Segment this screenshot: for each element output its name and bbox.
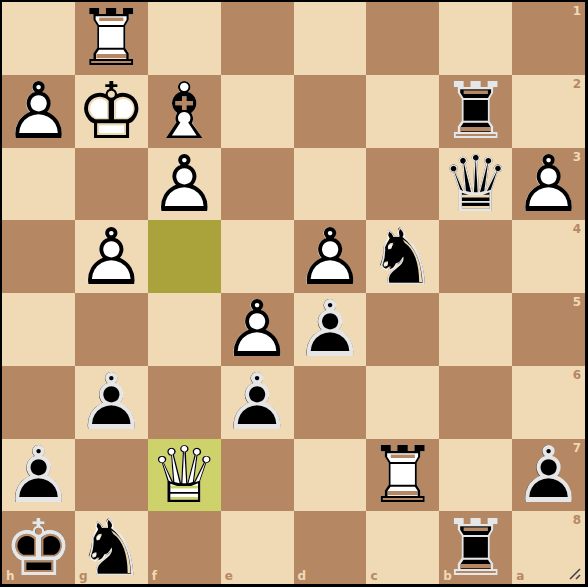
- square-b4[interactable]: [439, 220, 512, 293]
- square-g3[interactable]: [75, 148, 148, 221]
- square-g2[interactable]: ♚♔: [75, 75, 148, 148]
- square-a3[interactable]: ♟♙3: [512, 148, 585, 221]
- square-b7[interactable]: [439, 439, 512, 512]
- square-e4[interactable]: [221, 220, 294, 293]
- square-a5[interactable]: 5: [512, 293, 585, 366]
- square-h3[interactable]: [2, 148, 75, 221]
- white-pawn[interactable]: ♟♙: [75, 220, 148, 293]
- file-label-e: e: [225, 569, 233, 583]
- square-f1[interactable]: [148, 2, 221, 75]
- black-queen-outline-glyph: ♕: [439, 148, 512, 221]
- square-c7[interactable]: ♜♖: [366, 439, 439, 512]
- black-pawn[interactable]: ♟♙: [221, 366, 294, 439]
- square-d5[interactable]: ♟♙: [294, 293, 367, 366]
- white-pawn-outline-glyph: ♙: [294, 220, 367, 293]
- black-pawn-outline-glyph: ♙: [75, 366, 148, 439]
- square-f2[interactable]: ♝♗: [148, 75, 221, 148]
- square-f4[interactable]: [148, 220, 221, 293]
- black-pawn[interactable]: ♟♙: [2, 439, 75, 512]
- square-e8[interactable]: e: [221, 511, 294, 584]
- square-b1[interactable]: [439, 2, 512, 75]
- white-pawn[interactable]: ♟♙: [148, 148, 221, 221]
- square-f7[interactable]: ♛♕: [148, 439, 221, 512]
- file-label-d: d: [298, 569, 307, 583]
- rank-label-3: 3: [573, 150, 581, 164]
- resize-handle[interactable]: [568, 567, 582, 581]
- square-b2[interactable]: ♜♖: [439, 75, 512, 148]
- square-e6[interactable]: ♟♙: [221, 366, 294, 439]
- black-pawn-outline-glyph: ♙: [294, 293, 367, 366]
- square-g8[interactable]: ♞♘g: [75, 511, 148, 584]
- white-rook[interactable]: ♜♖: [366, 439, 439, 512]
- black-queen[interactable]: ♛♕: [439, 148, 512, 221]
- black-knight-outline-glyph: ♘: [366, 220, 439, 293]
- rank-label-8: 8: [573, 513, 581, 527]
- square-h7[interactable]: ♟♙: [2, 439, 75, 512]
- square-a1[interactable]: 1: [512, 2, 585, 75]
- file-label-h: h: [6, 569, 15, 583]
- white-pawn[interactable]: ♟♙: [2, 75, 75, 148]
- square-c6[interactable]: [366, 366, 439, 439]
- white-queen[interactable]: ♛♕: [148, 439, 221, 512]
- square-e3[interactable]: [221, 148, 294, 221]
- square-h2[interactable]: ♟♙: [2, 75, 75, 148]
- white-rook[interactable]: ♜♖: [75, 2, 148, 75]
- square-h6[interactable]: [2, 366, 75, 439]
- square-c3[interactable]: [366, 148, 439, 221]
- square-d3[interactable]: [294, 148, 367, 221]
- white-pawn-outline-glyph: ♙: [2, 75, 75, 148]
- rank-label-2: 2: [573, 77, 581, 91]
- white-pawn[interactable]: ♟♙: [221, 293, 294, 366]
- black-rook[interactable]: ♜♖: [439, 75, 512, 148]
- square-d4[interactable]: ♟♙: [294, 220, 367, 293]
- file-label-b: b: [443, 569, 452, 583]
- square-b5[interactable]: [439, 293, 512, 366]
- square-g7[interactable]: [75, 439, 148, 512]
- black-pawn-outline-glyph: ♙: [221, 366, 294, 439]
- square-c1[interactable]: [366, 2, 439, 75]
- white-pawn-outline-glyph: ♙: [148, 148, 221, 221]
- square-a4[interactable]: 4: [512, 220, 585, 293]
- square-e2[interactable]: [221, 75, 294, 148]
- file-label-c: c: [370, 569, 377, 583]
- square-d2[interactable]: [294, 75, 367, 148]
- white-rook-outline-glyph: ♖: [366, 439, 439, 512]
- square-a2[interactable]: 2: [512, 75, 585, 148]
- rank-label-4: 4: [573, 222, 581, 236]
- square-h4[interactable]: [2, 220, 75, 293]
- chess-board-frame: ♜♖1♟♙♚♔♝♗♜♖2♟♙♛♕♟♙3♟♙♟♙♞♘4♟♙♟♙5♟♙♟♙6♟♙♛♕…: [0, 0, 588, 587]
- square-c2[interactable]: [366, 75, 439, 148]
- white-queen-outline-glyph: ♕: [148, 439, 221, 512]
- white-bishop-outline-glyph: ♗: [148, 75, 221, 148]
- square-f8[interactable]: f: [148, 511, 221, 584]
- rank-label-6: 6: [573, 368, 581, 382]
- square-g1[interactable]: ♜♖: [75, 2, 148, 75]
- white-bishop[interactable]: ♝♗: [148, 75, 221, 148]
- square-e7[interactable]: [221, 439, 294, 512]
- white-king[interactable]: ♚♔: [75, 75, 148, 148]
- square-f6[interactable]: [148, 366, 221, 439]
- square-b8[interactable]: ♜♖b: [439, 511, 512, 584]
- square-c4[interactable]: ♞♘: [366, 220, 439, 293]
- square-h8[interactable]: ♚♔h: [2, 511, 75, 584]
- white-pawn[interactable]: ♟♙: [294, 220, 367, 293]
- rank-label-7: 7: [573, 441, 581, 455]
- square-f5[interactable]: [148, 293, 221, 366]
- black-knight[interactable]: ♞♘: [366, 220, 439, 293]
- square-a7[interactable]: ♟♙7: [512, 439, 585, 512]
- square-h1[interactable]: [2, 2, 75, 75]
- square-d8[interactable]: d: [294, 511, 367, 584]
- black-pawn-outline-glyph: ♙: [2, 439, 75, 512]
- square-h5[interactable]: [2, 293, 75, 366]
- square-d7[interactable]: [294, 439, 367, 512]
- square-a6[interactable]: 6: [512, 366, 585, 439]
- rank-label-1: 1: [573, 4, 581, 18]
- white-pawn-outline-glyph: ♙: [75, 220, 148, 293]
- square-d6[interactable]: [294, 366, 367, 439]
- white-pawn-outline-glyph: ♙: [221, 293, 294, 366]
- square-d1[interactable]: [294, 2, 367, 75]
- square-b3[interactable]: ♛♕: [439, 148, 512, 221]
- file-label-f: f: [152, 569, 157, 583]
- square-f3[interactable]: ♟♙: [148, 148, 221, 221]
- square-g5[interactable]: [75, 293, 148, 366]
- white-king-outline-glyph: ♔: [75, 75, 148, 148]
- file-label-a: a: [516, 569, 524, 583]
- square-g4[interactable]: ♟♙: [75, 220, 148, 293]
- file-label-g: g: [79, 569, 88, 583]
- square-c8[interactable]: c: [366, 511, 439, 584]
- square-c5[interactable]: [366, 293, 439, 366]
- black-pawn[interactable]: ♟♙: [294, 293, 367, 366]
- square-g6[interactable]: ♟♙: [75, 366, 148, 439]
- rank-label-5: 5: [573, 295, 581, 309]
- chess-board: ♜♖1♟♙♚♔♝♗♜♖2♟♙♛♕♟♙3♟♙♟♙♞♘4♟♙♟♙5♟♙♟♙6♟♙♛♕…: [2, 2, 585, 584]
- square-b6[interactable]: [439, 366, 512, 439]
- white-rook-outline-glyph: ♖: [75, 2, 148, 75]
- square-e1[interactable]: [221, 2, 294, 75]
- square-e5[interactable]: ♟♙: [221, 293, 294, 366]
- black-rook-outline-glyph: ♖: [439, 75, 512, 148]
- black-pawn[interactable]: ♟♙: [75, 366, 148, 439]
